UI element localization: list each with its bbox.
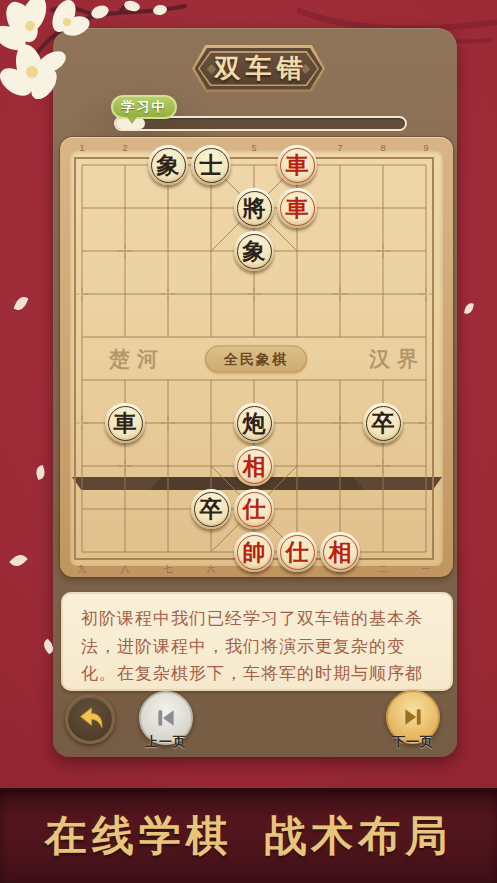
skip-next-icon — [396, 700, 430, 734]
xiangqi-piece-black[interactable]: 卒 — [191, 489, 231, 529]
xiangqi-piece-black[interactable]: 象 — [148, 145, 188, 185]
petal-icon — [9, 551, 27, 569]
lesson-text: 初阶课程中我们已经学习了双车错的基本杀 法，进阶课程中，我们将演示更复杂的变 化… — [61, 592, 453, 691]
next-page-label[interactable]: 下一页 — [368, 733, 458, 751]
app-background: 双车错 学习中 123456789 九八七六五四三二一 楚河 全民象棋 汉界 象… — [0, 0, 497, 883]
xiangqi-piece-red[interactable]: 仕 — [277, 532, 317, 572]
petal-icon — [34, 465, 47, 480]
lesson-panel: 双车错 学习中 123456789 九八七六五四三二一 楚河 全民象棋 汉界 象… — [53, 28, 457, 757]
xiangqi-piece-black[interactable]: 象 — [234, 231, 274, 271]
xiangqi-piece-red[interactable]: 帥 — [234, 532, 274, 572]
xiangqi-piece-black[interactable]: 卒 — [363, 403, 403, 443]
page-title: 双车错 — [192, 45, 325, 92]
xiangqi-piece-black[interactable]: 將 — [234, 188, 274, 228]
xiangqi-piece-red[interactable]: 相 — [320, 532, 360, 572]
xiangqi-piece-red[interactable]: 車 — [277, 145, 317, 185]
xiangqi-piece-red[interactable]: 車 — [277, 188, 317, 228]
lesson-text-line: 化。在复杂棋形下，车将军的时期与顺序都 — [81, 660, 435, 688]
xiangqi-piece-red[interactable]: 相 — [234, 446, 274, 486]
lesson-text-line: 法，进阶课程中，我们将演示更复杂的变 — [81, 633, 435, 661]
petal-icon — [14, 295, 29, 313]
previous-page-label[interactable]: 上一页 — [121, 733, 211, 751]
xiangqi-piece-black[interactable]: 士 — [191, 145, 231, 185]
xiangqi-piece-black[interactable]: 車 — [105, 403, 145, 443]
skip-previous-icon — [149, 701, 183, 735]
footer-banner: 在线学棋 战术布局 九游 — [0, 788, 497, 883]
title-banner: 双车错 — [192, 45, 325, 92]
back-arrow-icon — [74, 703, 106, 735]
pieces-layer: 象士車將車象車炮卒相卒仕帥仕相 — [60, 137, 453, 577]
back-button[interactable] — [65, 694, 115, 744]
xiangqi-piece-red[interactable]: 仕 — [234, 489, 274, 529]
petal-icon — [464, 302, 474, 314]
footer-slogan: 在线学棋 战术布局 — [0, 788, 497, 883]
xiangqi-piece-black[interactable]: 炮 — [234, 403, 274, 443]
xiangqi-board: 123456789 九八七六五四三二一 楚河 全民象棋 汉界 象士車將車象車炮卒… — [60, 137, 453, 577]
lesson-text-line: 初阶课程中我们已经学习了双车错的基本杀 — [81, 605, 435, 633]
blossom-decoration-icon — [0, 0, 195, 135]
